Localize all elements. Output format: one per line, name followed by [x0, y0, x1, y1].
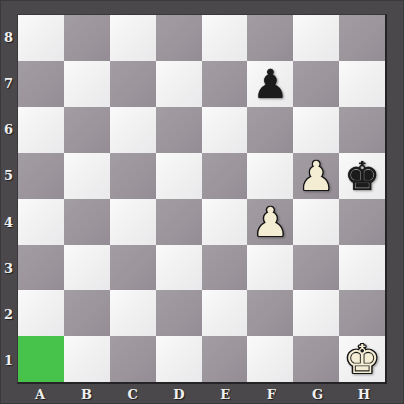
- square-b6[interactable]: [64, 107, 110, 153]
- square-d8[interactable]: [156, 15, 202, 61]
- rank-label-4: 4: [0, 199, 17, 245]
- square-g5[interactable]: ♟: [293, 153, 339, 199]
- square-a7[interactable]: [18, 61, 64, 107]
- file-label-c: C: [110, 384, 156, 404]
- white-pawn-piece[interactable]: ♟: [298, 153, 334, 199]
- square-a4[interactable]: [18, 199, 64, 245]
- square-a1[interactable]: [18, 336, 64, 382]
- rank-label-6: 6: [0, 107, 17, 153]
- square-h6[interactable]: [339, 107, 385, 153]
- square-c1[interactable]: [110, 336, 156, 382]
- black-king-piece[interactable]: ♚: [344, 153, 380, 199]
- square-g1[interactable]: [293, 336, 339, 382]
- square-e2[interactable]: [202, 290, 248, 336]
- square-c8[interactable]: [110, 15, 156, 61]
- square-d1[interactable]: [156, 336, 202, 382]
- square-g8[interactable]: [293, 15, 339, 61]
- square-h4[interactable]: [339, 199, 385, 245]
- square-g6[interactable]: [293, 107, 339, 153]
- square-d5[interactable]: [156, 153, 202, 199]
- white-pawn-piece[interactable]: ♟: [252, 199, 288, 245]
- square-a5[interactable]: [18, 153, 64, 199]
- rank-label-2: 2: [0, 292, 17, 338]
- square-f8[interactable]: [247, 15, 293, 61]
- file-labels: ABCDEFGH: [17, 384, 387, 404]
- square-b7[interactable]: [64, 61, 110, 107]
- square-f7[interactable]: ♟: [247, 61, 293, 107]
- square-e8[interactable]: [202, 15, 248, 61]
- square-c6[interactable]: [110, 107, 156, 153]
- square-e6[interactable]: [202, 107, 248, 153]
- square-f2[interactable]: [247, 290, 293, 336]
- file-label-a: A: [17, 384, 63, 404]
- square-b5[interactable]: [64, 153, 110, 199]
- square-g3[interactable]: [293, 245, 339, 291]
- square-f6[interactable]: [247, 107, 293, 153]
- square-f4[interactable]: ♟: [247, 199, 293, 245]
- file-label-g: G: [295, 384, 341, 404]
- square-h5[interactable]: ♚: [339, 153, 385, 199]
- square-c7[interactable]: [110, 61, 156, 107]
- rank-labels: 87654321: [0, 14, 17, 384]
- file-label-d: D: [156, 384, 202, 404]
- square-h8[interactable]: [339, 15, 385, 61]
- square-b1[interactable]: [64, 336, 110, 382]
- file-label-e: E: [202, 384, 248, 404]
- square-h7[interactable]: [339, 61, 385, 107]
- square-b4[interactable]: [64, 199, 110, 245]
- square-g7[interactable]: [293, 61, 339, 107]
- square-c2[interactable]: [110, 290, 156, 336]
- board[interactable]: ♟♟♚♟♚: [17, 14, 387, 384]
- square-c3[interactable]: [110, 245, 156, 291]
- square-c4[interactable]: [110, 199, 156, 245]
- square-d3[interactable]: [156, 245, 202, 291]
- square-g4[interactable]: [293, 199, 339, 245]
- rank-label-5: 5: [0, 153, 17, 199]
- square-d7[interactable]: [156, 61, 202, 107]
- square-e1[interactable]: [202, 336, 248, 382]
- file-label-h: H: [341, 384, 387, 404]
- file-label-f: F: [248, 384, 294, 404]
- square-d2[interactable]: [156, 290, 202, 336]
- square-h2[interactable]: [339, 290, 385, 336]
- rank-label-8: 8: [0, 14, 17, 60]
- square-e4[interactable]: [202, 199, 248, 245]
- square-c5[interactable]: [110, 153, 156, 199]
- square-b3[interactable]: [64, 245, 110, 291]
- square-f3[interactable]: [247, 245, 293, 291]
- square-b8[interactable]: [64, 15, 110, 61]
- rank-label-3: 3: [0, 245, 17, 291]
- square-f5[interactable]: [247, 153, 293, 199]
- square-a3[interactable]: [18, 245, 64, 291]
- square-d4[interactable]: [156, 199, 202, 245]
- rank-label-1: 1: [0, 338, 17, 384]
- square-f1[interactable]: [247, 336, 293, 382]
- square-a2[interactable]: [18, 290, 64, 336]
- white-king-piece[interactable]: ♚: [344, 336, 380, 382]
- square-e3[interactable]: [202, 245, 248, 291]
- square-b2[interactable]: [64, 290, 110, 336]
- file-label-b: B: [63, 384, 109, 404]
- square-a8[interactable]: [18, 15, 64, 61]
- square-h1[interactable]: ♚: [339, 336, 385, 382]
- board-frame: 87654321 ♟♟♚♟♚ ABCDEFGH: [0, 0, 404, 404]
- rank-label-7: 7: [0, 60, 17, 106]
- square-e5[interactable]: [202, 153, 248, 199]
- black-pawn-piece[interactable]: ♟: [252, 61, 288, 107]
- square-d6[interactable]: [156, 107, 202, 153]
- square-e7[interactable]: [202, 61, 248, 107]
- square-h3[interactable]: [339, 245, 385, 291]
- square-a6[interactable]: [18, 107, 64, 153]
- square-g2[interactable]: [293, 290, 339, 336]
